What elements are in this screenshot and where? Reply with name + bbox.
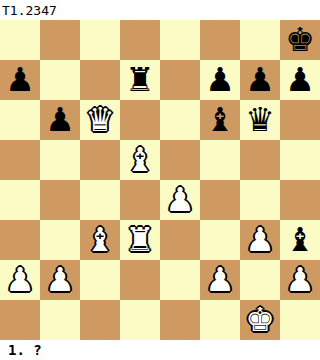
square-b1[interactable]: [40, 300, 80, 340]
white-bishop[interactable]: ♝: [125, 140, 155, 180]
square-c1[interactable]: [80, 300, 120, 340]
square-b5[interactable]: [40, 140, 80, 180]
black-pawn[interactable]: ♟: [245, 60, 275, 100]
square-h7[interactable]: ♟: [280, 60, 320, 100]
square-g4[interactable]: [240, 180, 280, 220]
square-b2[interactable]: ♟: [40, 260, 80, 300]
square-c8[interactable]: [80, 20, 120, 60]
square-d5[interactable]: ♝: [120, 140, 160, 180]
square-a3[interactable]: [0, 220, 40, 260]
square-g8[interactable]: [240, 20, 280, 60]
square-f7[interactable]: ♟: [200, 60, 240, 100]
white-pawn[interactable]: ♟: [245, 220, 275, 260]
square-f3[interactable]: [200, 220, 240, 260]
black-queen[interactable]: ♛: [245, 100, 275, 140]
square-b4[interactable]: [40, 180, 80, 220]
square-f1[interactable]: [200, 300, 240, 340]
square-h6[interactable]: [280, 100, 320, 140]
square-e1[interactable]: [160, 300, 200, 340]
white-queen[interactable]: ♛: [85, 100, 115, 140]
black-pawn[interactable]: ♟: [205, 60, 235, 100]
square-a1[interactable]: [0, 300, 40, 340]
square-h1[interactable]: [280, 300, 320, 340]
black-pawn[interactable]: ♟: [5, 60, 35, 100]
square-c3[interactable]: ♝: [80, 220, 120, 260]
square-a4[interactable]: [0, 180, 40, 220]
chess-board: ♚♟♜♟♟♟♟♛♝♛♝♟♝♜♟♝♟♟♟♟♚: [0, 20, 320, 340]
square-g7[interactable]: ♟: [240, 60, 280, 100]
square-f2[interactable]: ♟: [200, 260, 240, 300]
square-g5[interactable]: [240, 140, 280, 180]
square-e7[interactable]: [160, 60, 200, 100]
chess-trainer-window: T1.2347 ♚♟♜♟♟♟♟♛♝♛♝♟♝♜♟♝♟♟♟♟♚ 1. ?: [0, 0, 320, 360]
square-a5[interactable]: [0, 140, 40, 180]
square-d7[interactable]: ♜: [120, 60, 160, 100]
white-pawn[interactable]: ♟: [205, 260, 235, 300]
square-h8[interactable]: ♚: [280, 20, 320, 60]
square-e4[interactable]: ♟: [160, 180, 200, 220]
square-a7[interactable]: ♟: [0, 60, 40, 100]
square-g3[interactable]: ♟: [240, 220, 280, 260]
square-g1[interactable]: ♚: [240, 300, 280, 340]
black-pawn[interactable]: ♟: [285, 60, 315, 100]
square-b7[interactable]: [40, 60, 80, 100]
black-king[interactable]: ♚: [285, 20, 315, 60]
square-c7[interactable]: [80, 60, 120, 100]
square-f8[interactable]: [200, 20, 240, 60]
puzzle-id-label: T1.2347: [0, 0, 320, 20]
square-f6[interactable]: ♝: [200, 100, 240, 140]
square-g2[interactable]: [240, 260, 280, 300]
square-h5[interactable]: [280, 140, 320, 180]
square-c5[interactable]: [80, 140, 120, 180]
square-e3[interactable]: [160, 220, 200, 260]
square-e8[interactable]: [160, 20, 200, 60]
square-e6[interactable]: [160, 100, 200, 140]
white-pawn[interactable]: ♟: [285, 260, 315, 300]
white-bishop[interactable]: ♝: [85, 220, 115, 260]
square-b8[interactable]: [40, 20, 80, 60]
square-a2[interactable]: ♟: [0, 260, 40, 300]
black-rook[interactable]: ♜: [125, 60, 155, 100]
square-d8[interactable]: [120, 20, 160, 60]
square-e5[interactable]: [160, 140, 200, 180]
square-f5[interactable]: [200, 140, 240, 180]
square-a8[interactable]: [0, 20, 40, 60]
square-d2[interactable]: [120, 260, 160, 300]
square-b6[interactable]: ♟: [40, 100, 80, 140]
square-f4[interactable]: [200, 180, 240, 220]
white-pawn[interactable]: ♟: [165, 180, 195, 220]
square-h4[interactable]: [280, 180, 320, 220]
square-g6[interactable]: ♛: [240, 100, 280, 140]
white-pawn[interactable]: ♟: [5, 260, 35, 300]
black-pawn[interactable]: ♟: [45, 100, 75, 140]
square-h2[interactable]: ♟: [280, 260, 320, 300]
black-bishop[interactable]: ♝: [205, 100, 235, 140]
square-c6[interactable]: ♛: [80, 100, 120, 140]
square-d6[interactable]: [120, 100, 160, 140]
white-pawn[interactable]: ♟: [45, 260, 75, 300]
square-c4[interactable]: [80, 180, 120, 220]
square-e2[interactable]: [160, 260, 200, 300]
square-d4[interactable]: [120, 180, 160, 220]
square-b3[interactable]: [40, 220, 80, 260]
square-d1[interactable]: [120, 300, 160, 340]
square-c2[interactable]: [80, 260, 120, 300]
white-rook[interactable]: ♜: [125, 220, 155, 260]
square-a6[interactable]: [0, 100, 40, 140]
move-prompt: 1. ?: [0, 340, 320, 360]
black-bishop[interactable]: ♝: [285, 220, 315, 260]
square-h3[interactable]: ♝: [280, 220, 320, 260]
square-d3[interactable]: ♜: [120, 220, 160, 260]
white-king[interactable]: ♚: [245, 300, 275, 340]
